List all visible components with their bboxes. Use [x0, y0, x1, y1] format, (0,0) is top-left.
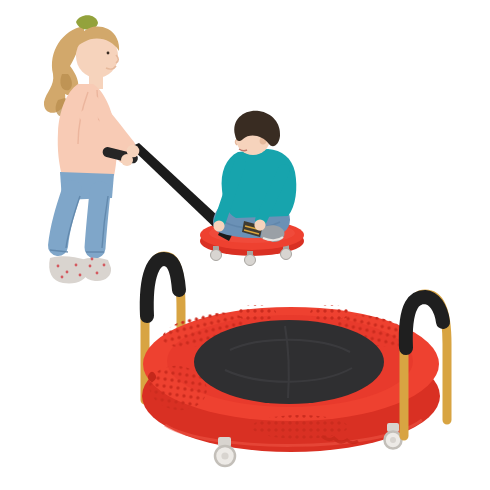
boy-hand-right	[254, 219, 265, 230]
girl-hand-lower	[121, 154, 133, 166]
scene-illustration	[0, 0, 490, 490]
girl-eye	[107, 52, 110, 55]
boy-hand-left	[213, 220, 224, 231]
product-right-wheel	[385, 423, 402, 449]
girl-socks	[49, 256, 111, 283]
product-photo-canvas	[0, 0, 490, 490]
